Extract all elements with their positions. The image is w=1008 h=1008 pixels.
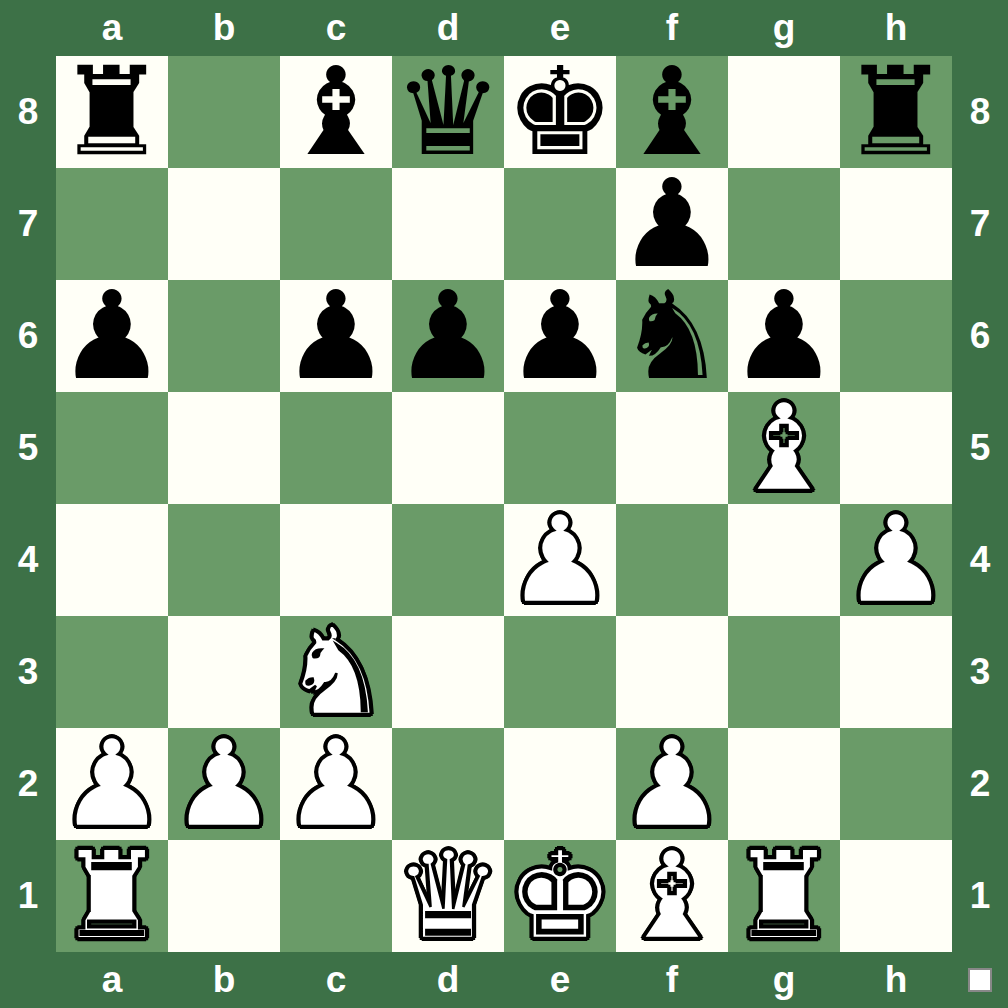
square-e8[interactable]: ♚: [504, 56, 616, 168]
board-frame-corner: [952, 952, 1008, 1008]
rank-label-4-right: 4: [952, 504, 1008, 616]
chess-board: abcdefgh8♜♝♛♚♝♜87♟76♟♟♟♟♞♟65♝54♟♟43♞32♟♟…: [0, 0, 1008, 1008]
square-b2[interactable]: ♟: [168, 728, 280, 840]
square-c8[interactable]: ♝: [280, 56, 392, 168]
square-h8[interactable]: ♜: [840, 56, 952, 168]
square-b1[interactable]: [168, 840, 280, 952]
square-b5[interactable]: [168, 392, 280, 504]
square-f6[interactable]: ♞: [616, 280, 728, 392]
rank-label-8-right: 8: [952, 56, 1008, 168]
square-c4[interactable]: [280, 504, 392, 616]
black-queen-d8: ♛: [393, 56, 502, 168]
square-f7[interactable]: ♟: [616, 168, 728, 280]
rank-label-5-right: 5: [952, 392, 1008, 504]
square-d2[interactable]: [392, 728, 504, 840]
board-frame-corner: [952, 0, 1008, 56]
rank-label-7-right: 7: [952, 168, 1008, 280]
white-pawn-b2: ♟: [169, 728, 278, 840]
square-e2[interactable]: [504, 728, 616, 840]
square-a7[interactable]: [56, 168, 168, 280]
rank-label-2-left: 2: [0, 728, 56, 840]
square-e7[interactable]: [504, 168, 616, 280]
square-e3[interactable]: [504, 616, 616, 728]
black-pawn-e6: ♟: [505, 280, 614, 392]
square-f1[interactable]: ♝: [616, 840, 728, 952]
square-b6[interactable]: [168, 280, 280, 392]
rank-label-1-right: 1: [952, 840, 1008, 952]
white-bishop-g5: ♝: [729, 392, 838, 504]
rank-label-3-left: 3: [0, 616, 56, 728]
square-b4[interactable]: [168, 504, 280, 616]
square-g8[interactable]: [728, 56, 840, 168]
file-label-h-bottom: h: [840, 952, 952, 1008]
white-rook-a1: ♜: [57, 840, 166, 952]
square-h7[interactable]: [840, 168, 952, 280]
white-king-e1: ♚: [505, 840, 614, 952]
square-g6[interactable]: ♟: [728, 280, 840, 392]
board-frame-corner: [0, 952, 56, 1008]
square-h5[interactable]: [840, 392, 952, 504]
black-pawn-g6: ♟: [729, 280, 838, 392]
white-pawn-e4: ♟: [505, 504, 614, 616]
square-c1[interactable]: [280, 840, 392, 952]
square-h6[interactable]: [840, 280, 952, 392]
square-a4[interactable]: [56, 504, 168, 616]
square-f3[interactable]: [616, 616, 728, 728]
square-d7[interactable]: [392, 168, 504, 280]
board-frame-corner: [0, 0, 56, 56]
square-f8[interactable]: ♝: [616, 56, 728, 168]
square-d6[interactable]: ♟: [392, 280, 504, 392]
square-e4[interactable]: ♟: [504, 504, 616, 616]
black-pawn-f7: ♟: [617, 168, 726, 280]
rank-label-6-right: 6: [952, 280, 1008, 392]
black-king-e8: ♚: [505, 56, 614, 168]
square-c3[interactable]: ♞: [280, 616, 392, 728]
square-g4[interactable]: [728, 504, 840, 616]
black-rook-a8: ♜: [57, 56, 166, 168]
square-c7[interactable]: [280, 168, 392, 280]
square-d8[interactable]: ♛: [392, 56, 504, 168]
square-f4[interactable]: [616, 504, 728, 616]
rank-label-7-left: 7: [0, 168, 56, 280]
square-h2[interactable]: [840, 728, 952, 840]
white-pawn-c2: ♟: [281, 728, 390, 840]
white-pawn-f2: ♟: [617, 728, 726, 840]
white-to-move-indicator: [968, 968, 992, 992]
file-label-b-bottom: b: [168, 952, 280, 1008]
white-pawn-h4: ♟: [841, 504, 950, 616]
square-h3[interactable]: [840, 616, 952, 728]
square-g2[interactable]: [728, 728, 840, 840]
file-label-c-bottom: c: [280, 952, 392, 1008]
square-e5[interactable]: [504, 392, 616, 504]
square-e6[interactable]: ♟: [504, 280, 616, 392]
square-b7[interactable]: [168, 168, 280, 280]
square-a8[interactable]: ♜: [56, 56, 168, 168]
rank-label-5-left: 5: [0, 392, 56, 504]
square-f2[interactable]: ♟: [616, 728, 728, 840]
square-a1[interactable]: ♜: [56, 840, 168, 952]
square-a6[interactable]: ♟: [56, 280, 168, 392]
square-g5[interactable]: ♝: [728, 392, 840, 504]
square-c2[interactable]: ♟: [280, 728, 392, 840]
square-b8[interactable]: [168, 56, 280, 168]
square-g1[interactable]: ♜: [728, 840, 840, 952]
file-label-g-top: g: [728, 0, 840, 56]
square-a2[interactable]: ♟: [56, 728, 168, 840]
rank-label-3-right: 3: [952, 616, 1008, 728]
rank-label-2-right: 2: [952, 728, 1008, 840]
square-d4[interactable]: [392, 504, 504, 616]
black-bishop-c8: ♝: [281, 56, 390, 168]
black-pawn-c6: ♟: [281, 280, 390, 392]
square-c6[interactable]: ♟: [280, 280, 392, 392]
square-f5[interactable]: [616, 392, 728, 504]
black-pawn-d6: ♟: [393, 280, 502, 392]
square-d3[interactable]: [392, 616, 504, 728]
black-rook-h8: ♜: [841, 56, 950, 168]
rank-label-8-left: 8: [0, 56, 56, 168]
rank-label-1-left: 1: [0, 840, 56, 952]
rank-label-6-left: 6: [0, 280, 56, 392]
square-e1[interactable]: ♚: [504, 840, 616, 952]
black-knight-f6: ♞: [617, 280, 726, 392]
file-label-b-top: b: [168, 0, 280, 56]
black-bishop-f8: ♝: [617, 56, 726, 168]
square-b3[interactable]: [168, 616, 280, 728]
square-d5[interactable]: [392, 392, 504, 504]
square-a3[interactable]: [56, 616, 168, 728]
white-knight-c3: ♞: [281, 616, 390, 728]
white-bishop-f1: ♝: [617, 840, 726, 952]
square-d1[interactable]: ♛: [392, 840, 504, 952]
white-queen-d1: ♛: [393, 840, 502, 952]
square-g7[interactable]: [728, 168, 840, 280]
square-a5[interactable]: [56, 392, 168, 504]
rank-label-4-left: 4: [0, 504, 56, 616]
white-rook-g1: ♜: [729, 840, 838, 952]
square-h1[interactable]: [840, 840, 952, 952]
black-pawn-a6: ♟: [57, 280, 166, 392]
square-h4[interactable]: ♟: [840, 504, 952, 616]
white-pawn-a2: ♟: [57, 728, 166, 840]
square-g3[interactable]: [728, 616, 840, 728]
square-c5[interactable]: [280, 392, 392, 504]
